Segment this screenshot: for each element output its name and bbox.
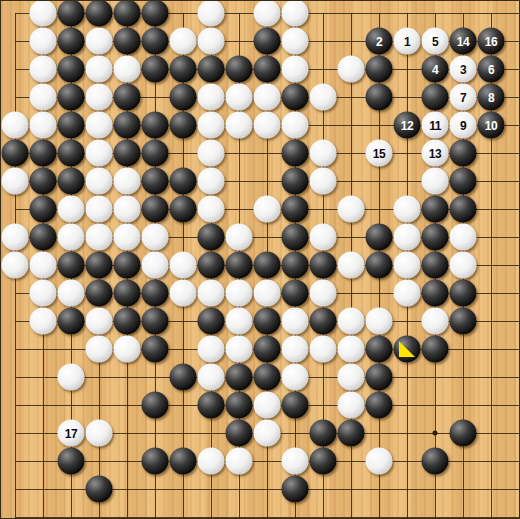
stone-black (254, 56, 281, 83)
stone-white (114, 336, 141, 363)
move-number-label: 16 (485, 35, 497, 47)
stone-white (226, 336, 253, 363)
move-number-label: 10 (485, 119, 497, 131)
stone-white (394, 196, 421, 223)
stone-white (254, 84, 281, 111)
stone-black (86, 280, 113, 307)
stone-white (338, 196, 365, 223)
stone-white (58, 196, 85, 223)
stone-black (422, 224, 449, 251)
stone-white (58, 280, 85, 307)
move-number-label: 9 (460, 119, 466, 131)
stone-white (198, 84, 225, 111)
stone-white: 11 (422, 112, 449, 139)
stone-white: 3 (450, 56, 477, 83)
stone-white (86, 84, 113, 111)
stone-black (254, 308, 281, 335)
stone-white (30, 308, 57, 335)
stone-white (198, 168, 225, 195)
stone-white (198, 336, 225, 363)
stone-white (282, 448, 309, 475)
stone-black (30, 140, 57, 167)
stone-white (114, 224, 141, 251)
stone-black (114, 140, 141, 167)
stone-white: 13 (422, 140, 449, 167)
stone-white: 5 (422, 28, 449, 55)
stone-black (422, 252, 449, 279)
stone-black (58, 28, 85, 55)
move-number-label: 17 (65, 427, 77, 439)
stone-black (282, 196, 309, 223)
stone-black (58, 252, 85, 279)
stone-black (142, 196, 169, 223)
stone-black (366, 336, 393, 363)
move-number-label: 15 (373, 147, 385, 159)
stone-white (86, 224, 113, 251)
stone-white (282, 0, 309, 27)
stone-black (282, 252, 309, 279)
stone-white (2, 252, 29, 279)
stone-white (310, 336, 337, 363)
stone-white (86, 336, 113, 363)
stone-black (58, 112, 85, 139)
stone-white (30, 84, 57, 111)
move-number-label: 3 (460, 63, 466, 75)
stone-white (86, 196, 113, 223)
stone-white (254, 280, 281, 307)
stone-white (30, 56, 57, 83)
stone-black (114, 252, 141, 279)
stone-black (282, 224, 309, 251)
stone-black (170, 196, 197, 223)
stone-black (254, 364, 281, 391)
stone-white (30, 280, 57, 307)
stone-black (226, 392, 253, 419)
stone-white (170, 280, 197, 307)
stone-white (198, 196, 225, 223)
stone-black (142, 308, 169, 335)
stone-black (422, 280, 449, 307)
stone-white (198, 112, 225, 139)
stone-white (226, 448, 253, 475)
stone-white (226, 84, 253, 111)
move-number-label: 1 (404, 35, 410, 47)
stone-black (58, 168, 85, 195)
stone-black (310, 448, 337, 475)
stone-black (338, 420, 365, 447)
stone-white (2, 112, 29, 139)
stone-black (58, 308, 85, 335)
stone-white (338, 392, 365, 419)
stone-white (254, 112, 281, 139)
stone-black (226, 364, 253, 391)
stone-black (226, 252, 253, 279)
stone-white (114, 56, 141, 83)
stone-white (30, 0, 57, 27)
stone-white (422, 308, 449, 335)
stone-white (282, 28, 309, 55)
stone-black (142, 0, 169, 27)
stone-black (114, 84, 141, 111)
stone-black (142, 392, 169, 419)
stone-black (86, 252, 113, 279)
stone-white (310, 224, 337, 251)
stone-white (338, 336, 365, 363)
stone-white (366, 448, 393, 475)
stone-white (86, 112, 113, 139)
stone-black (58, 448, 85, 475)
stone-black (86, 0, 113, 27)
stone-white (338, 308, 365, 335)
stone-black (366, 364, 393, 391)
stone-black (142, 448, 169, 475)
stone-black (450, 196, 477, 223)
stone-black (226, 420, 253, 447)
stone-white: 15 (366, 140, 393, 167)
stone-white (198, 140, 225, 167)
stone-white (310, 280, 337, 307)
stone-white (366, 308, 393, 335)
stone-black: 14 (450, 28, 477, 55)
stone-black (282, 168, 309, 195)
stone-white (58, 224, 85, 251)
stone-white (198, 0, 225, 27)
stone-black (170, 84, 197, 111)
stone-black (30, 224, 57, 251)
stone-white (422, 168, 449, 195)
stone-black (30, 196, 57, 223)
move-number-label: 12 (401, 119, 413, 131)
stone-black (422, 84, 449, 111)
stone-black (142, 140, 169, 167)
stone-white (254, 392, 281, 419)
stone-white (310, 140, 337, 167)
stone-white (58, 364, 85, 391)
stone-white (86, 420, 113, 447)
stone-black (366, 392, 393, 419)
move-number-label: 13 (429, 147, 441, 159)
stone-black (58, 84, 85, 111)
stone-white (338, 364, 365, 391)
stone-white (2, 224, 29, 251)
stone-black (282, 280, 309, 307)
stone-white (226, 308, 253, 335)
stone-white (282, 364, 309, 391)
stone-white (170, 252, 197, 279)
stone-white (198, 280, 225, 307)
stone-white (310, 168, 337, 195)
stone-white (30, 112, 57, 139)
stone-black: 16 (478, 28, 505, 55)
stone-white (142, 224, 169, 251)
stone-white (198, 448, 225, 475)
stone-black (30, 168, 57, 195)
stone-black (450, 308, 477, 335)
triangle-marker (399, 341, 415, 357)
stone-black (86, 476, 113, 503)
stone-black (142, 112, 169, 139)
stone-white (338, 252, 365, 279)
stone-black (142, 28, 169, 55)
stone-black (254, 336, 281, 363)
stone-white: 9 (450, 112, 477, 139)
stone-white (170, 28, 197, 55)
move-number-label: 4 (432, 63, 438, 75)
move-number-label: 5 (432, 35, 438, 47)
stone-black (58, 140, 85, 167)
move-number-label: 14 (457, 35, 469, 47)
move-number-label: 6 (488, 63, 494, 75)
stone-white (450, 252, 477, 279)
stone-white (86, 308, 113, 335)
stone-black (170, 448, 197, 475)
stone-white (254, 0, 281, 27)
stone-white (114, 196, 141, 223)
stone-black: 10 (478, 112, 505, 139)
stone-white (254, 196, 281, 223)
stone-black: 4 (422, 56, 449, 83)
stone-white (394, 224, 421, 251)
stone-white (394, 252, 421, 279)
stone-black (198, 56, 225, 83)
stone-black (142, 56, 169, 83)
stone-white (338, 56, 365, 83)
move-number-label: 7 (460, 91, 466, 103)
stone-white (86, 56, 113, 83)
stone-white (86, 168, 113, 195)
stone-black (226, 56, 253, 83)
stone-black (2, 140, 29, 167)
stone-black (282, 140, 309, 167)
stone-black: 2 (366, 28, 393, 55)
stone-black: 8 (478, 84, 505, 111)
stone-black (366, 224, 393, 251)
stone-white (30, 28, 57, 55)
stone-white (142, 252, 169, 279)
stone-black (198, 224, 225, 251)
stone-black (422, 336, 449, 363)
stone-black (142, 168, 169, 195)
stone-black (170, 168, 197, 195)
stone-black (422, 196, 449, 223)
stone-white (86, 28, 113, 55)
stone-white: 1 (394, 28, 421, 55)
stone-black (366, 252, 393, 279)
star-point (433, 431, 438, 436)
stone-white: 7 (450, 84, 477, 111)
stone-white (450, 224, 477, 251)
stone-black (366, 84, 393, 111)
stone-black (310, 252, 337, 279)
stone-black (254, 252, 281, 279)
stone-black (142, 280, 169, 307)
stone-white (30, 252, 57, 279)
stone-black (170, 56, 197, 83)
grid-line-horizontal (15, 517, 520, 518)
stone-black (114, 308, 141, 335)
move-number-label: 2 (376, 35, 382, 47)
stone-black (310, 308, 337, 335)
stone-black (198, 392, 225, 419)
go-board[interactable]: 2151416436781211910151317 (0, 0, 520, 519)
stone-white (226, 280, 253, 307)
stone-white (282, 336, 309, 363)
stone-black (114, 112, 141, 139)
stone-white (114, 168, 141, 195)
stone-black (450, 280, 477, 307)
stone-white (86, 140, 113, 167)
stone-black (114, 0, 141, 27)
stone-white (282, 112, 309, 139)
stone-white (2, 168, 29, 195)
stone-black (170, 112, 197, 139)
stone-black (114, 280, 141, 307)
move-number-label: 8 (488, 91, 494, 103)
stone-black (170, 364, 197, 391)
stone-white (282, 56, 309, 83)
stone-black (450, 140, 477, 167)
stone-black (366, 56, 393, 83)
stone-black (282, 84, 309, 111)
stone-black: 12 (394, 112, 421, 139)
stone-black (282, 476, 309, 503)
stone-white (198, 364, 225, 391)
stone-black (282, 392, 309, 419)
stone-white: 17 (58, 420, 85, 447)
stone-black (114, 28, 141, 55)
stone-black (450, 168, 477, 195)
stone-white (254, 420, 281, 447)
stone-black (58, 56, 85, 83)
stone-black (310, 420, 337, 447)
stone-white (226, 224, 253, 251)
stone-white (310, 84, 337, 111)
move-number-label: 11 (429, 119, 441, 131)
stone-black (450, 420, 477, 447)
stone-black (198, 252, 225, 279)
stone-white (282, 308, 309, 335)
stone-black (142, 336, 169, 363)
stone-black (58, 0, 85, 27)
stone-white (198, 28, 225, 55)
stone-black (198, 308, 225, 335)
stone-white (226, 112, 253, 139)
stone-white (394, 280, 421, 307)
stone-black (254, 28, 281, 55)
stone-black: 6 (478, 56, 505, 83)
stone-black (422, 448, 449, 475)
